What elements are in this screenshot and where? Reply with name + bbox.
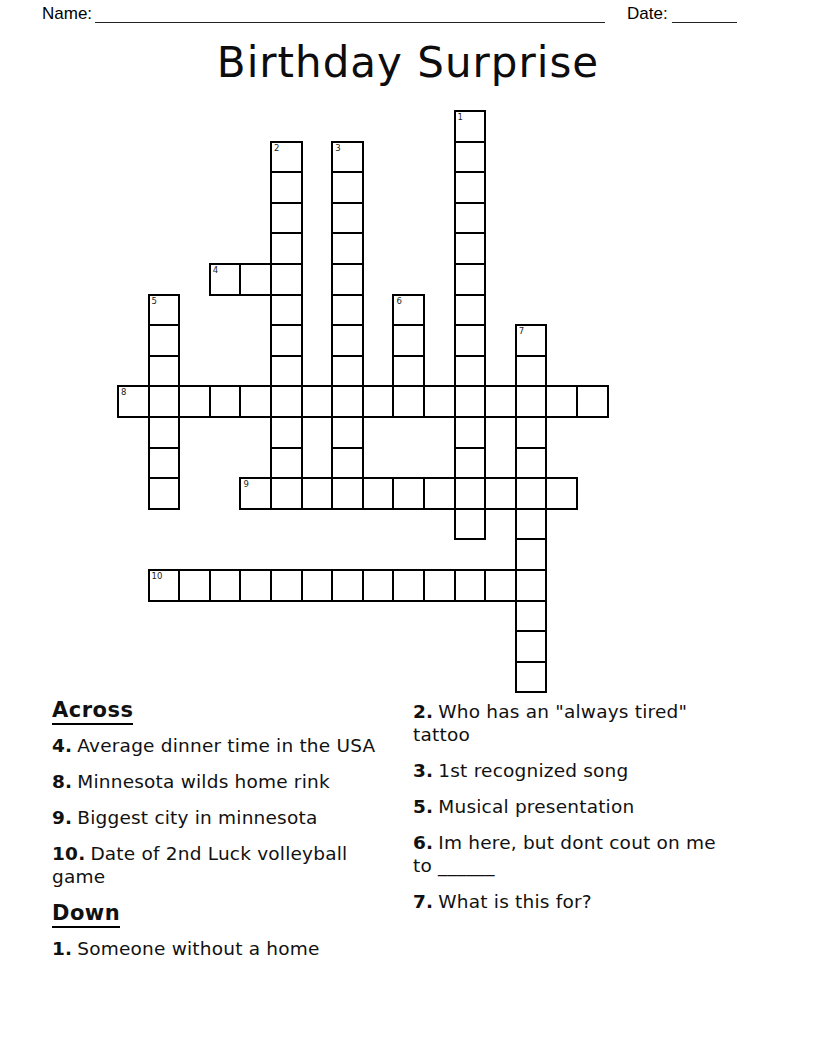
cell-number: 3 xyxy=(335,143,340,153)
date-label: Date: xyxy=(627,4,668,24)
grid-cell[interactable] xyxy=(515,385,548,418)
grid-cell[interactable] xyxy=(270,294,303,327)
grid-cell[interactable] xyxy=(423,477,456,510)
grid-cell[interactable] xyxy=(331,416,364,449)
grid-cell[interactable]: 6 xyxy=(392,294,425,327)
grid-cell[interactable] xyxy=(148,416,181,449)
grid-cell[interactable] xyxy=(270,324,303,357)
clue-item: 3.1st recognized song xyxy=(413,759,727,782)
grid-cell[interactable] xyxy=(270,447,303,480)
grid-cell[interactable] xyxy=(392,324,425,357)
grid-cell[interactable] xyxy=(362,569,395,602)
cell-number: 4 xyxy=(213,265,218,275)
grid-cell[interactable]: 8 xyxy=(117,385,150,418)
grid-cell[interactable] xyxy=(148,447,181,480)
grid-cell[interactable] xyxy=(239,385,272,418)
grid-cell[interactable] xyxy=(270,385,303,418)
grid-cell[interactable] xyxy=(301,385,334,418)
grid-cell[interactable] xyxy=(454,416,487,449)
grid-cell[interactable] xyxy=(178,569,211,602)
grid-cell[interactable] xyxy=(454,569,487,602)
grid-cell[interactable] xyxy=(331,232,364,265)
grid-cell[interactable] xyxy=(362,385,395,418)
clue-text: 1st recognized song xyxy=(438,760,628,781)
cell-number: 6 xyxy=(396,296,401,306)
down-clue-list-right: 2.Who has an "always tired" tattoo3.1st … xyxy=(413,700,727,913)
grid-cell[interactable] xyxy=(576,385,609,418)
worksheet-page: { "game": "crossword", "header": { "name… xyxy=(0,0,816,1056)
clue-item: 1.Someone without a home xyxy=(52,937,402,960)
clue-number: 6. xyxy=(413,832,433,853)
clue-number: 4. xyxy=(52,735,72,756)
grid-cell[interactable] xyxy=(454,294,487,327)
grid-cell[interactable]: 1 xyxy=(454,110,487,143)
clue-number: 2. xyxy=(413,701,433,722)
cell-number: 9 xyxy=(243,479,248,489)
grid-cell[interactable] xyxy=(331,569,364,602)
grid-cell[interactable] xyxy=(515,447,548,480)
grid-cell[interactable] xyxy=(454,355,487,388)
name-input-line[interactable] xyxy=(95,6,605,23)
grid-cell[interactable] xyxy=(454,171,487,204)
grid-cell[interactable] xyxy=(454,477,487,510)
clue-number: 9. xyxy=(52,807,72,828)
grid-cell[interactable] xyxy=(454,324,487,357)
clue-text: Average dinner time in the USA xyxy=(77,735,375,756)
grid-cell[interactable] xyxy=(484,385,517,418)
grid-cell[interactable] xyxy=(331,171,364,204)
date-input-line[interactable] xyxy=(672,6,737,23)
grid-cell[interactable] xyxy=(392,569,425,602)
grid-cell[interactable] xyxy=(454,385,487,418)
down-clue-list-left: 1.Someone without a home xyxy=(52,937,402,960)
grid-cell[interactable] xyxy=(515,538,548,571)
grid-cell[interactable] xyxy=(178,385,211,418)
cell-number: 2 xyxy=(274,143,279,153)
grid-cell[interactable] xyxy=(331,263,364,296)
grid-cell[interactable] xyxy=(239,263,272,296)
grid-cell[interactable] xyxy=(454,447,487,480)
grid-cell[interactable] xyxy=(423,569,456,602)
clue-item: 4.Average dinner time in the USA xyxy=(52,734,402,757)
clue-text: Biggest city in minnesota xyxy=(77,807,317,828)
grid-cell[interactable] xyxy=(392,385,425,418)
grid-cell[interactable] xyxy=(484,569,517,602)
clue-number: 7. xyxy=(413,891,433,912)
grid-cell[interactable] xyxy=(209,569,242,602)
clue-number: 8. xyxy=(52,771,72,792)
grid-cell[interactable] xyxy=(331,385,364,418)
down-heading: Down xyxy=(52,901,120,928)
clue-number: 3. xyxy=(413,760,433,781)
clue-item: 10.Date of 2nd Luck volleyball game xyxy=(52,842,402,888)
clue-item: 6.Im here, but dont cout on me to ______ xyxy=(413,831,727,877)
cell-number: 8 xyxy=(121,387,126,397)
across-heading: Across xyxy=(52,698,133,725)
grid-cell[interactable] xyxy=(515,508,548,541)
clue-item: 8.Minnesota wilds home rink xyxy=(52,770,402,793)
grid-cell[interactable] xyxy=(545,385,578,418)
grid-cell[interactable] xyxy=(515,416,548,449)
grid-cell[interactable]: 2 xyxy=(270,141,303,174)
clue-text: Minnesota wilds home rink xyxy=(77,771,330,792)
grid-cell[interactable] xyxy=(301,477,334,510)
grid-cell[interactable] xyxy=(331,202,364,235)
clue-number: 5. xyxy=(413,796,433,817)
grid-cell[interactable] xyxy=(331,294,364,327)
grid-cell[interactable]: 3 xyxy=(331,141,364,174)
grid-cell[interactable] xyxy=(331,447,364,480)
grid-cell[interactable] xyxy=(515,600,548,633)
grid-cell[interactable] xyxy=(209,385,242,418)
page-title: Birthday Surprise xyxy=(0,38,816,87)
grid-cell[interactable] xyxy=(148,324,181,357)
name-label: Name: xyxy=(42,4,92,24)
grid-cell[interactable] xyxy=(270,232,303,265)
grid-cell[interactable]: 10 xyxy=(148,569,181,602)
clue-text: What is this for? xyxy=(438,891,591,912)
clue-item: 7.What is this for? xyxy=(413,890,727,913)
grid-cell[interactable] xyxy=(515,477,548,510)
grid-cell[interactable] xyxy=(515,661,548,694)
across-clue-list: 4.Average dinner time in the USA8.Minnes… xyxy=(52,734,402,888)
grid-cell[interactable] xyxy=(515,630,548,663)
grid-cell[interactable] xyxy=(148,385,181,418)
grid-cell[interactable] xyxy=(148,477,181,510)
grid-cell[interactable] xyxy=(454,263,487,296)
grid-cell[interactable] xyxy=(392,355,425,388)
grid-cell[interactable] xyxy=(484,477,517,510)
grid-cell[interactable] xyxy=(301,569,334,602)
grid-cell[interactable] xyxy=(148,355,181,388)
grid-cell[interactable] xyxy=(270,355,303,388)
clue-text: Im here, but dont cout on me to ______ xyxy=(413,832,716,876)
grid-cell[interactable] xyxy=(454,508,487,541)
grid-cell[interactable] xyxy=(392,477,425,510)
grid-cell[interactable] xyxy=(270,171,303,204)
grid-cell[interactable] xyxy=(270,263,303,296)
grid-cell[interactable] xyxy=(423,385,456,418)
clue-item: 5.Musical presentation xyxy=(413,795,727,818)
clue-text: Who has an "always tired" tattoo xyxy=(413,701,687,745)
grid-cell[interactable] xyxy=(454,232,487,265)
grid-cell[interactable] xyxy=(331,324,364,357)
clues-column-right: 2.Who has an "always tired" tattoo3.1st … xyxy=(413,700,727,926)
grid-cell[interactable]: 5 xyxy=(148,294,181,327)
clue-item: 9.Biggest city in minnesota xyxy=(52,806,402,829)
grid-cell[interactable] xyxy=(270,202,303,235)
cell-number: 1 xyxy=(458,112,463,122)
grid-cell[interactable] xyxy=(239,569,272,602)
grid-cell[interactable]: 9 xyxy=(239,477,272,510)
grid-cell[interactable] xyxy=(331,477,364,510)
grid-cell[interactable] xyxy=(331,355,364,388)
grid-cell[interactable] xyxy=(454,141,487,174)
clue-number: 1. xyxy=(52,938,72,959)
clue-number: 10. xyxy=(52,843,85,864)
grid-cell[interactable] xyxy=(515,569,548,602)
grid-cell[interactable]: 7 xyxy=(515,324,548,357)
grid-cell[interactable] xyxy=(362,477,395,510)
clue-text: Date of 2nd Luck volleyball game xyxy=(52,843,347,887)
grid-cell[interactable] xyxy=(545,477,578,510)
cell-number: 10 xyxy=(152,571,163,581)
clues-column-left: Across 4.Average dinner time in the USA8… xyxy=(52,698,402,973)
clue-item: 2.Who has an "always tired" tattoo xyxy=(413,700,727,746)
grid-cell[interactable]: 4 xyxy=(209,263,242,296)
clue-text: Musical presentation xyxy=(438,796,634,817)
grid-cell[interactable] xyxy=(270,569,303,602)
grid-cell[interactable] xyxy=(454,202,487,235)
crossword-grid: 12345678910 xyxy=(117,110,609,694)
cell-number: 7 xyxy=(519,326,524,336)
grid-cell[interactable] xyxy=(270,416,303,449)
clue-text: Someone without a home xyxy=(77,938,319,959)
grid-cell[interactable] xyxy=(515,355,548,388)
cell-number: 5 xyxy=(152,296,157,306)
grid-cell[interactable] xyxy=(270,477,303,510)
